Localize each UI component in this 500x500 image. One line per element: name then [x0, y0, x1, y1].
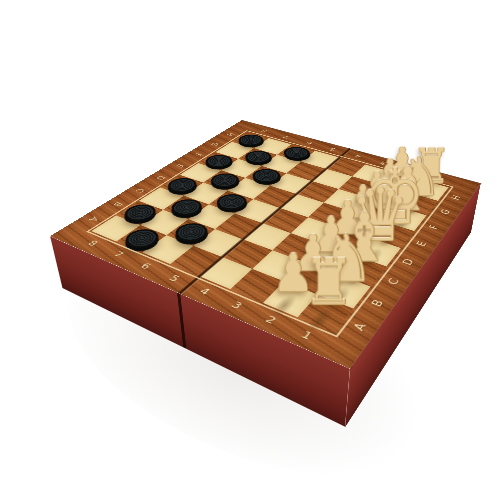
rook-glyph: ♜ [285, 250, 372, 313]
product-photo-scene: AABBCCDDEEFFGGHH1122334455667788 ♟♟♟♟♟♟♟… [0, 0, 500, 500]
